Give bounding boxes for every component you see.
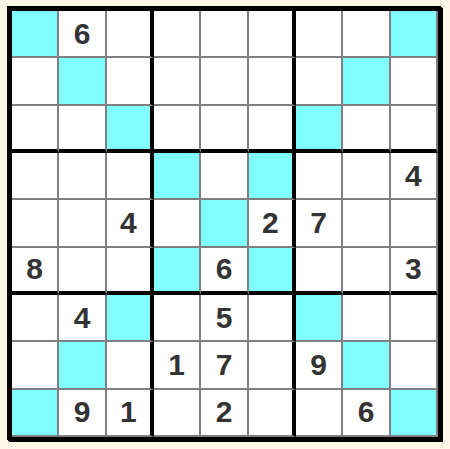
cell-r9c9[interactable]	[391, 390, 438, 437]
cell-r5c6[interactable]: 2	[249, 200, 296, 247]
cell-r4c4[interactable]	[154, 153, 201, 200]
cell-r6c9[interactable]: 3	[391, 248, 438, 295]
cell-r2c3[interactable]	[107, 58, 154, 105]
cell-r2c2[interactable]	[59, 58, 106, 105]
cell-r6c4[interactable]	[154, 248, 201, 295]
cell-r1c7[interactable]	[296, 11, 343, 58]
cell-r4c6[interactable]	[249, 153, 296, 200]
cell-r5c5[interactable]	[201, 200, 248, 247]
cell-r9c4[interactable]	[154, 390, 201, 437]
cell-r8c7[interactable]: 9	[296, 342, 343, 389]
cell-r4c8[interactable]	[343, 153, 390, 200]
cell-r2c6[interactable]	[249, 58, 296, 105]
cell-r5c2[interactable]	[59, 200, 106, 247]
cell-r7c7[interactable]	[296, 295, 343, 342]
cell-r5c7[interactable]: 7	[296, 200, 343, 247]
cell-r8c5[interactable]: 7	[201, 342, 248, 389]
cell-r4c9[interactable]: 4	[391, 153, 438, 200]
cell-r9c6[interactable]	[249, 390, 296, 437]
cell-r8c2[interactable]	[59, 342, 106, 389]
cell-r6c3[interactable]	[107, 248, 154, 295]
cell-r2c7[interactable]	[296, 58, 343, 105]
cell-r6c6[interactable]	[249, 248, 296, 295]
cell-r4c1[interactable]	[12, 153, 59, 200]
cell-r9c3[interactable]: 1	[107, 390, 154, 437]
cell-r5c9[interactable]	[391, 200, 438, 247]
cell-r8c6[interactable]	[249, 342, 296, 389]
cell-r5c8[interactable]	[343, 200, 390, 247]
cell-r3c4[interactable]	[154, 106, 201, 153]
cell-r9c7[interactable]	[296, 390, 343, 437]
cell-r1c3[interactable]	[107, 11, 154, 58]
sudoku-board: 64427863451799126	[8, 7, 442, 441]
cell-r9c2[interactable]: 9	[59, 390, 106, 437]
cell-r8c4[interactable]: 1	[154, 342, 201, 389]
cell-r1c6[interactable]	[249, 11, 296, 58]
cell-r7c6[interactable]	[249, 295, 296, 342]
cell-r4c7[interactable]	[296, 153, 343, 200]
cell-r3c9[interactable]	[391, 106, 438, 153]
cell-r7c5[interactable]: 5	[201, 295, 248, 342]
cell-r3c5[interactable]	[201, 106, 248, 153]
cell-r7c1[interactable]	[12, 295, 59, 342]
cell-r3c6[interactable]	[249, 106, 296, 153]
cell-r9c1[interactable]	[12, 390, 59, 437]
cell-r8c8[interactable]	[343, 342, 390, 389]
cell-r9c8[interactable]: 6	[343, 390, 390, 437]
cell-r2c1[interactable]	[12, 58, 59, 105]
cell-r7c3[interactable]	[107, 295, 154, 342]
cell-r6c2[interactable]	[59, 248, 106, 295]
cell-r6c8[interactable]	[343, 248, 390, 295]
cell-r8c9[interactable]	[391, 342, 438, 389]
cell-r2c5[interactable]	[201, 58, 248, 105]
cell-r5c4[interactable]	[154, 200, 201, 247]
cell-r6c5[interactable]: 6	[201, 248, 248, 295]
cell-r1c2[interactable]: 6	[59, 11, 106, 58]
cell-r1c1[interactable]	[12, 11, 59, 58]
cell-r8c1[interactable]	[12, 342, 59, 389]
cell-r1c9[interactable]	[391, 11, 438, 58]
cell-r6c1[interactable]: 8	[12, 248, 59, 295]
cell-r2c4[interactable]	[154, 58, 201, 105]
cell-r7c2[interactable]: 4	[59, 295, 106, 342]
cell-r1c8[interactable]	[343, 11, 390, 58]
cell-r5c3[interactable]: 4	[107, 200, 154, 247]
cell-r4c3[interactable]	[107, 153, 154, 200]
cell-r3c3[interactable]	[107, 106, 154, 153]
cell-r1c5[interactable]	[201, 11, 248, 58]
cell-r2c8[interactable]	[343, 58, 390, 105]
cell-r7c8[interactable]	[343, 295, 390, 342]
cell-r1c4[interactable]	[154, 11, 201, 58]
cell-r4c2[interactable]	[59, 153, 106, 200]
cell-r3c8[interactable]	[343, 106, 390, 153]
cell-r5c1[interactable]	[12, 200, 59, 247]
cell-r8c3[interactable]	[107, 342, 154, 389]
cell-r3c2[interactable]	[59, 106, 106, 153]
sudoku-grid: 64427863451799126	[12, 11, 438, 437]
cell-r7c4[interactable]	[154, 295, 201, 342]
cell-r6c7[interactable]	[296, 248, 343, 295]
cell-r7c9[interactable]	[391, 295, 438, 342]
cell-r2c9[interactable]	[391, 58, 438, 105]
cell-r4c5[interactable]	[201, 153, 248, 200]
cell-r3c7[interactable]	[296, 106, 343, 153]
cell-r9c5[interactable]: 2	[201, 390, 248, 437]
cell-r3c1[interactable]	[12, 106, 59, 153]
